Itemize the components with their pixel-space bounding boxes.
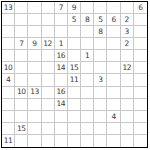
cell-r7c5[interactable]: [55, 74, 68, 86]
cell-r6c9[interactable]: [107, 62, 120, 74]
cell-r2c5[interactable]: [55, 14, 68, 26]
cell-r11c6[interactable]: [68, 123, 81, 135]
cell-r9c8[interactable]: [94, 99, 107, 111]
cell-r2c3[interactable]: [28, 14, 41, 26]
cell-r2c7[interactable]: 8: [81, 14, 94, 26]
cell-r9c1[interactable]: [2, 99, 15, 111]
cell-r8c3[interactable]: 13: [28, 87, 41, 99]
cell-r11c10[interactable]: [121, 123, 134, 135]
cell-r2c10[interactable]: 2: [121, 14, 134, 26]
cell-r9c10[interactable]: [121, 99, 134, 111]
cell-r8c9[interactable]: [107, 87, 120, 99]
clue-number: 1: [59, 40, 63, 48]
cell-r12c5[interactable]: [55, 135, 68, 147]
clue-number: 3: [125, 28, 129, 36]
cell-r2c9[interactable]: 6: [107, 14, 120, 26]
cell-r11c9[interactable]: [107, 123, 120, 135]
cell-r9c4[interactable]: [42, 99, 55, 111]
cell-r4c10[interactable]: 2: [121, 38, 134, 50]
clue-number: 5: [98, 16, 102, 24]
cell-r7c10[interactable]: [121, 74, 134, 86]
cell-r11c1[interactable]: [2, 123, 15, 135]
cell-r2c1[interactable]: [2, 14, 15, 26]
cell-r8c8[interactable]: [94, 87, 107, 99]
cell-r3c8[interactable]: 8: [94, 26, 107, 38]
clue-number: 4: [6, 76, 10, 84]
cell-r4c9[interactable]: [107, 38, 120, 50]
cell-r10c8[interactable]: [94, 111, 107, 123]
cell-r6c3[interactable]: [28, 62, 41, 74]
cell-r6c6[interactable]: 15: [68, 62, 81, 74]
cell-r10c5[interactable]: [55, 111, 68, 123]
cell-r1c9[interactable]: [107, 2, 120, 14]
cell-r3c1[interactable]: [2, 26, 15, 38]
cell-r12c1[interactable]: 11: [2, 135, 15, 147]
cell-r4c1[interactable]: [2, 38, 15, 50]
clue-number: 4: [111, 113, 115, 121]
clue-number: 1: [85, 52, 89, 60]
cell-r3c6[interactable]: [68, 26, 81, 38]
clue-number: 6: [111, 16, 115, 24]
cell-r6c2[interactable]: [15, 62, 28, 74]
cell-r9c7[interactable]: [81, 99, 94, 111]
puzzle-board: 1379658562837912121611014151241131013161…: [1, 1, 148, 148]
cell-r10c1[interactable]: [2, 111, 15, 123]
clue-number: 14: [57, 100, 66, 108]
cell-r4c7[interactable]: [81, 38, 94, 50]
cell-r4c4[interactable]: 12: [42, 38, 55, 50]
cell-r8c10[interactable]: [121, 87, 134, 99]
cell-r12c10[interactable]: [121, 135, 134, 147]
cell-r7c8[interactable]: 3: [94, 74, 107, 86]
clue-number: 2: [125, 16, 129, 24]
cell-r8c5[interactable]: 16: [55, 87, 68, 99]
cell-r2c8[interactable]: 5: [94, 14, 107, 26]
clue-number: 10: [17, 88, 26, 96]
cell-r7c4[interactable]: [42, 74, 55, 86]
cell-r1c10[interactable]: [121, 2, 134, 14]
cell-r5c3[interactable]: [28, 50, 41, 62]
cell-r1c11[interactable]: 6: [134, 2, 147, 14]
cell-r3c10[interactable]: 3: [121, 26, 134, 38]
cell-r8c6[interactable]: [68, 87, 81, 99]
cell-r9c6[interactable]: [68, 99, 81, 111]
cell-r2c11[interactable]: [134, 14, 147, 26]
cell-r4c3[interactable]: 9: [28, 38, 41, 50]
cell-r11c7[interactable]: [81, 123, 94, 135]
clue-number: 16: [57, 88, 66, 96]
cell-r3c5[interactable]: [55, 26, 68, 38]
cell-r12c11[interactable]: [134, 135, 147, 147]
cell-r1c6[interactable]: 9: [68, 2, 81, 14]
cell-r5c4[interactable]: [42, 50, 55, 62]
cell-r8c4[interactable]: [42, 87, 55, 99]
clue-number: 6: [138, 4, 142, 12]
cell-r11c2[interactable]: 15: [15, 123, 28, 135]
cell-r8c11[interactable]: [134, 87, 147, 99]
cell-r6c5[interactable]: 14: [55, 62, 68, 74]
cell-r7c2[interactable]: [15, 74, 28, 86]
clue-number: 13: [30, 88, 39, 96]
cell-r10c3[interactable]: [28, 111, 41, 123]
cell-r8c1[interactable]: [2, 87, 15, 99]
cell-r10c6[interactable]: [68, 111, 81, 123]
cell-r5c11[interactable]: [134, 50, 147, 62]
clue-number: 11: [4, 137, 13, 145]
cell-r1c5[interactable]: 7: [55, 2, 68, 14]
cell-r5c8[interactable]: [94, 50, 107, 62]
clue-number: 7: [19, 40, 23, 48]
cell-r7c6[interactable]: 11: [68, 74, 81, 86]
cell-r3c7[interactable]: [81, 26, 94, 38]
cell-r7c1[interactable]: 4: [2, 74, 15, 86]
cell-r5c1[interactable]: [2, 50, 15, 62]
clue-number: 15: [70, 64, 79, 72]
cell-r5c2[interactable]: [15, 50, 28, 62]
cell-r5c9[interactable]: [107, 50, 120, 62]
cell-r6c4[interactable]: [42, 62, 55, 74]
cell-r7c3[interactable]: [28, 74, 41, 86]
clue-number: 7: [59, 4, 63, 12]
cell-r8c7[interactable]: [81, 87, 94, 99]
cell-r1c7[interactable]: [81, 2, 94, 14]
cell-r3c2[interactable]: [15, 26, 28, 38]
cell-r6c8[interactable]: [94, 62, 107, 74]
cell-r4c6[interactable]: [68, 38, 81, 50]
cell-r2c2[interactable]: [15, 14, 28, 26]
cell-r12c2[interactable]: [15, 135, 28, 147]
clue-number: 9: [72, 4, 76, 12]
cell-r11c3[interactable]: [28, 123, 41, 135]
cell-r9c5[interactable]: 14: [55, 99, 68, 111]
cell-r6c7[interactable]: [81, 62, 94, 74]
cell-r6c1[interactable]: 10: [2, 62, 15, 74]
cell-r3c4[interactable]: [42, 26, 55, 38]
cell-r12c3[interactable]: [28, 135, 41, 147]
clue-number: 11: [70, 76, 79, 84]
clue-number: 3: [98, 76, 102, 84]
cell-r9c11[interactable]: [134, 99, 147, 111]
clue-number: 14: [57, 64, 66, 72]
cell-r5c5[interactable]: 16: [55, 50, 68, 62]
cell-r1c2[interactable]: [15, 2, 28, 14]
cell-r11c5[interactable]: [55, 123, 68, 135]
cell-r10c9[interactable]: 4: [107, 111, 120, 123]
cell-r4c11[interactable]: [134, 38, 147, 50]
cell-r10c7[interactable]: [81, 111, 94, 123]
clue-number: 2: [125, 40, 129, 48]
cell-r12c4[interactable]: [42, 135, 55, 147]
clue-number: 12: [122, 64, 131, 72]
cell-r4c8[interactable]: [94, 38, 107, 50]
cell-r10c4[interactable]: [42, 111, 55, 123]
cell-r6c10[interactable]: 12: [121, 62, 134, 74]
cell-r11c8[interactable]: [94, 123, 107, 135]
cell-r10c2[interactable]: [15, 111, 28, 123]
cell-r9c2[interactable]: [15, 99, 28, 111]
cell-r3c9[interactable]: [107, 26, 120, 38]
cell-r12c6[interactable]: [68, 135, 81, 147]
cell-r5c10[interactable]: [121, 50, 134, 62]
cell-r7c11[interactable]: [134, 74, 147, 86]
cell-r12c9[interactable]: [107, 135, 120, 147]
cell-r2c6[interactable]: 5: [68, 14, 81, 26]
cell-r12c7[interactable]: [81, 135, 94, 147]
clue-number: 5: [72, 16, 76, 24]
cell-r10c10[interactable]: [121, 111, 134, 123]
cell-r1c4[interactable]: [42, 2, 55, 14]
cell-r8c2[interactable]: 10: [15, 87, 28, 99]
cell-r6c11[interactable]: [134, 62, 147, 74]
cell-r1c8[interactable]: [94, 2, 107, 14]
cell-r7c7[interactable]: [81, 74, 94, 86]
cell-r5c7[interactable]: 1: [81, 50, 94, 62]
cell-r12c8[interactable]: [94, 135, 107, 147]
cell-r7c9[interactable]: [107, 74, 120, 86]
cell-r5c6[interactable]: [68, 50, 81, 62]
cell-r3c3[interactable]: [28, 26, 41, 38]
clue-number: 16: [57, 52, 66, 60]
cell-r11c4[interactable]: [42, 123, 55, 135]
cell-r4c2[interactable]: 7: [15, 38, 28, 50]
cell-r2c4[interactable]: [42, 14, 55, 26]
clue-number: 12: [43, 40, 52, 48]
clue-number: 8: [85, 16, 89, 24]
cell-r10c11[interactable]: [134, 111, 147, 123]
clue-number: 15: [17, 125, 26, 133]
clue-number: 8: [98, 28, 102, 36]
cell-r9c9[interactable]: [107, 99, 120, 111]
cell-r1c1[interactable]: 13: [2, 2, 15, 14]
cell-r11c11[interactable]: [134, 123, 147, 135]
clue-number: 9: [32, 40, 36, 48]
cell-r9c3[interactable]: [28, 99, 41, 111]
clue-number: 10: [4, 64, 13, 72]
cell-r4c5[interactable]: 1: [55, 38, 68, 50]
cell-r1c3[interactable]: [28, 2, 41, 14]
clue-number: 13: [4, 4, 13, 12]
cell-r3c11[interactable]: [134, 26, 147, 38]
